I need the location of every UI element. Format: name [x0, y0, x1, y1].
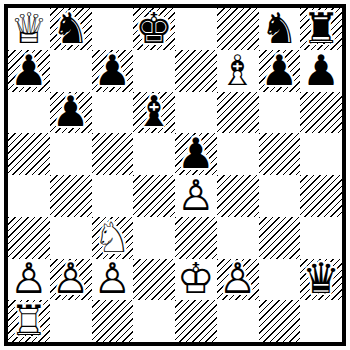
piece-outline-glyph: ♘	[92, 217, 134, 259]
piece-outline-glyph: ♗	[217, 50, 259, 92]
square-a5[interactable]	[8, 133, 50, 175]
square-c4[interactable]	[92, 175, 134, 217]
white-pawn-a2: ♟♙	[8, 259, 50, 301]
square-h2[interactable]: ♛	[300, 259, 342, 301]
square-e7[interactable]	[175, 50, 217, 92]
white-pawn-f2: ♟♙	[217, 259, 259, 301]
square-b1[interactable]	[50, 300, 92, 342]
black-pawn-h7: ♟	[300, 50, 342, 92]
square-c7[interactable]: ♟	[92, 50, 134, 92]
square-a1[interactable]: ♜♖	[8, 300, 50, 342]
chess-diagram: ♛♕♞♚♞♜♟♟♝♗♟♟♟♝♟♟♙♞♘♟♙♟♙♟♙♚♔♟♙♛♜♖	[0, 0, 350, 350]
black-pawn-c7: ♟	[92, 50, 134, 92]
square-a8[interactable]: ♛♕	[8, 8, 50, 50]
square-e3[interactable]	[175, 217, 217, 259]
square-g4[interactable]	[259, 175, 301, 217]
white-pawn-e4: ♟♙	[175, 175, 217, 217]
white-king-e2: ♚♔	[175, 259, 217, 301]
piece-outline-glyph: ♙	[92, 259, 134, 301]
square-h6[interactable]	[300, 92, 342, 134]
square-h5[interactable]	[300, 133, 342, 175]
square-h4[interactable]	[300, 175, 342, 217]
square-g1[interactable]	[259, 300, 301, 342]
square-b3[interactable]	[50, 217, 92, 259]
square-e6[interactable]	[175, 92, 217, 134]
square-e8[interactable]	[175, 8, 217, 50]
square-c6[interactable]	[92, 92, 134, 134]
square-a3[interactable]	[8, 217, 50, 259]
black-pawn-b6: ♟	[50, 92, 92, 134]
square-c3[interactable]: ♞♘	[92, 217, 134, 259]
square-g5[interactable]	[259, 133, 301, 175]
square-d1[interactable]	[133, 300, 175, 342]
square-d8[interactable]: ♚	[133, 8, 175, 50]
square-c2[interactable]: ♟♙	[92, 259, 134, 301]
square-g3[interactable]	[259, 217, 301, 259]
square-g2[interactable]	[259, 259, 301, 301]
black-pawn-e5: ♟	[175, 133, 217, 175]
square-e1[interactable]	[175, 300, 217, 342]
square-e2[interactable]: ♚♔	[175, 259, 217, 301]
square-b6[interactable]: ♟	[50, 92, 92, 134]
square-h7[interactable]: ♟	[300, 50, 342, 92]
square-g7[interactable]: ♟	[259, 50, 301, 92]
square-h1[interactable]	[300, 300, 342, 342]
square-b8[interactable]: ♞	[50, 8, 92, 50]
chess-board-grid: ♛♕♞♚♞♜♟♟♝♗♟♟♟♝♟♟♙♞♘♟♙♟♙♟♙♚♔♟♙♛♜♖	[8, 8, 342, 342]
square-b4[interactable]	[50, 175, 92, 217]
piece-outline-glyph: ♙	[217, 259, 259, 301]
square-f7[interactable]: ♝♗	[217, 50, 259, 92]
white-pawn-c2: ♟♙	[92, 259, 134, 301]
square-a6[interactable]	[8, 92, 50, 134]
square-c5[interactable]	[92, 133, 134, 175]
white-rook-a1: ♜♖	[8, 300, 50, 342]
white-queen-a8: ♛♕	[8, 8, 50, 50]
piece-outline-glyph: ♙	[50, 259, 92, 301]
square-d3[interactable]	[133, 217, 175, 259]
black-knight-g8: ♞	[259, 8, 301, 50]
white-pawn-b2: ♟♙	[50, 259, 92, 301]
square-a4[interactable]	[8, 175, 50, 217]
black-rook-h8: ♜	[300, 8, 342, 50]
white-knight-c3: ♞♘	[92, 217, 134, 259]
square-b7[interactable]	[50, 50, 92, 92]
piece-outline-glyph: ♖	[8, 300, 50, 342]
square-e5[interactable]: ♟	[175, 133, 217, 175]
piece-outline-glyph: ♔	[175, 259, 217, 301]
square-d7[interactable]	[133, 50, 175, 92]
square-b2[interactable]: ♟♙	[50, 259, 92, 301]
white-bishop-f7: ♝♗	[217, 50, 259, 92]
square-e4[interactable]: ♟♙	[175, 175, 217, 217]
square-a7[interactable]: ♟	[8, 50, 50, 92]
square-h8[interactable]: ♜	[300, 8, 342, 50]
piece-outline-glyph: ♕	[8, 8, 50, 50]
square-h3[interactable]	[300, 217, 342, 259]
piece-outline-glyph: ♙	[8, 259, 50, 301]
black-knight-b8: ♞	[50, 8, 92, 50]
square-c8[interactable]	[92, 8, 134, 50]
black-pawn-g7: ♟	[259, 50, 301, 92]
square-d4[interactable]	[133, 175, 175, 217]
chess-board: ♛♕♞♚♞♜♟♟♝♗♟♟♟♝♟♟♙♞♘♟♙♟♙♟♙♚♔♟♙♛♜♖	[4, 4, 346, 346]
square-c1[interactable]	[92, 300, 134, 342]
square-f2[interactable]: ♟♙	[217, 259, 259, 301]
black-bishop-d6: ♝	[133, 92, 175, 134]
square-g6[interactable]	[259, 92, 301, 134]
square-f1[interactable]	[217, 300, 259, 342]
square-b5[interactable]	[50, 133, 92, 175]
square-g8[interactable]: ♞	[259, 8, 301, 50]
square-d6[interactable]: ♝	[133, 92, 175, 134]
square-d2[interactable]	[133, 259, 175, 301]
black-king-d8: ♚	[133, 8, 175, 50]
square-f5[interactable]	[217, 133, 259, 175]
square-f6[interactable]	[217, 92, 259, 134]
square-a2[interactable]: ♟♙	[8, 259, 50, 301]
square-f8[interactable]	[217, 8, 259, 50]
square-d5[interactable]	[133, 133, 175, 175]
black-queen-h2: ♛	[300, 259, 342, 301]
square-f3[interactable]	[217, 217, 259, 259]
piece-outline-glyph: ♙	[175, 175, 217, 217]
square-f4[interactable]	[217, 175, 259, 217]
black-pawn-a7: ♟	[8, 50, 50, 92]
